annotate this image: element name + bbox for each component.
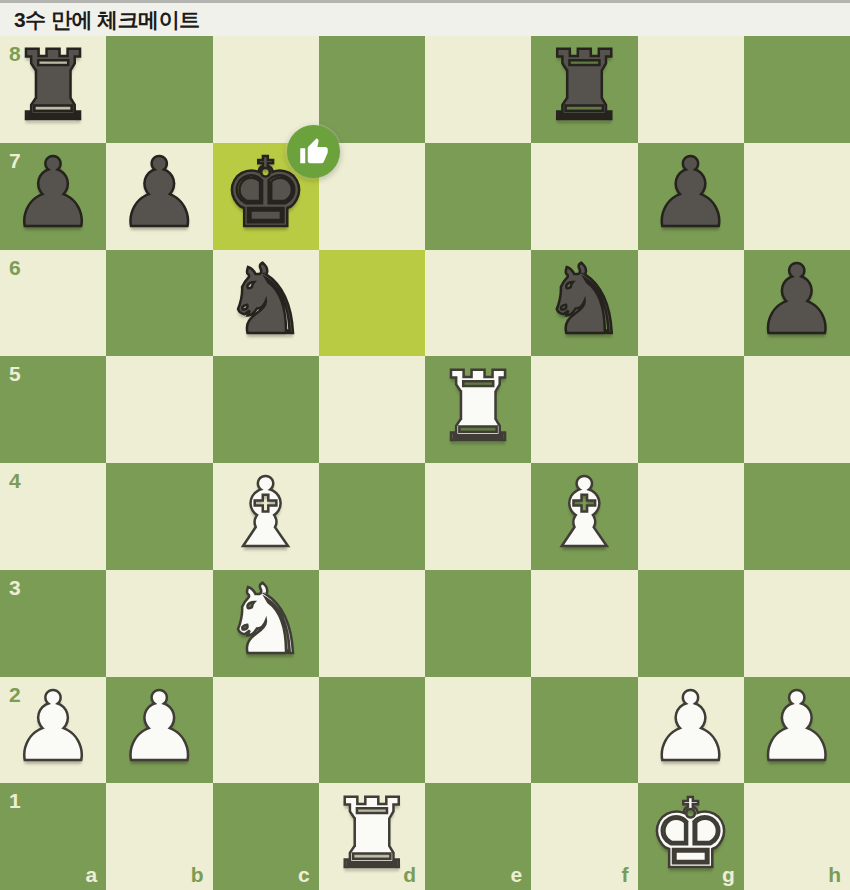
piece-white-pawn[interactable]: ♟ — [754, 679, 840, 775]
square-d1[interactable]: d♜ — [319, 783, 425, 890]
square-g8[interactable] — [638, 36, 744, 143]
square-b6[interactable] — [106, 250, 212, 357]
square-h4[interactable] — [744, 463, 850, 570]
square-c3[interactable]: ♞ — [213, 570, 319, 677]
piece-white-rook[interactable]: ♜ — [435, 359, 521, 455]
square-g6[interactable] — [638, 250, 744, 357]
square-e7[interactable] — [425, 143, 531, 250]
square-a1[interactable]: 1a — [0, 783, 106, 890]
correct-move-badge — [287, 125, 340, 178]
piece-white-pawn[interactable]: ♟ — [116, 679, 202, 775]
file-label-e: e — [511, 864, 523, 885]
puzzle-title: 3수 만에 체크메이트 — [0, 6, 200, 34]
square-g4[interactable] — [638, 463, 744, 570]
square-f7[interactable] — [531, 143, 637, 250]
square-a8[interactable]: 8♜ — [0, 36, 106, 143]
square-f6[interactable]: ♞ — [531, 250, 637, 357]
square-c6[interactable]: ♞ — [213, 250, 319, 357]
square-h7[interactable] — [744, 143, 850, 250]
file-label-h: h — [828, 864, 841, 885]
thumbs-up-icon — [299, 137, 329, 167]
square-b1[interactable]: b — [106, 783, 212, 890]
piece-black-pawn[interactable]: ♟ — [10, 145, 96, 241]
square-e8[interactable] — [425, 36, 531, 143]
square-b2[interactable]: ♟ — [106, 677, 212, 784]
rank-label-3: 3 — [9, 577, 21, 598]
piece-black-knight[interactable]: ♞ — [223, 252, 309, 348]
piece-black-rook[interactable]: ♜ — [541, 38, 627, 134]
square-g7[interactable]: ♟ — [638, 143, 744, 250]
piece-white-pawn[interactable]: ♟ — [10, 679, 96, 775]
rank-label-5: 5 — [9, 363, 21, 384]
square-a4[interactable]: 4 — [0, 463, 106, 570]
square-c4[interactable]: ♝ — [213, 463, 319, 570]
square-h6[interactable]: ♟ — [744, 250, 850, 357]
square-f5[interactable] — [531, 356, 637, 463]
square-f4[interactable]: ♝ — [531, 463, 637, 570]
square-a5[interactable]: 5 — [0, 356, 106, 463]
piece-black-rook[interactable]: ♜ — [10, 38, 96, 134]
piece-white-rook[interactable]: ♜ — [329, 786, 415, 882]
square-e4[interactable] — [425, 463, 531, 570]
square-h2[interactable]: ♟ — [744, 677, 850, 784]
piece-white-bishop[interactable]: ♝ — [541, 465, 627, 561]
piece-white-knight[interactable]: ♞ — [223, 572, 309, 668]
piece-black-pawn[interactable]: ♟ — [648, 145, 734, 241]
square-g3[interactable] — [638, 570, 744, 677]
square-f1[interactable]: f — [531, 783, 637, 890]
square-a6[interactable]: 6 — [0, 250, 106, 357]
square-h3[interactable] — [744, 570, 850, 677]
piece-black-pawn[interactable]: ♟ — [116, 145, 202, 241]
square-b4[interactable] — [106, 463, 212, 570]
piece-white-pawn[interactable]: ♟ — [648, 679, 734, 775]
rank-label-4: 4 — [9, 470, 21, 491]
piece-white-king[interactable]: ♚ — [648, 786, 734, 882]
square-a7[interactable]: 7♟ — [0, 143, 106, 250]
square-g5[interactable] — [638, 356, 744, 463]
piece-black-knight[interactable]: ♞ — [541, 252, 627, 348]
square-d6[interactable] — [319, 250, 425, 357]
square-f2[interactable] — [531, 677, 637, 784]
file-label-c: c — [298, 864, 310, 885]
square-c5[interactable] — [213, 356, 319, 463]
square-a3[interactable]: 3 — [0, 570, 106, 677]
square-e3[interactable] — [425, 570, 531, 677]
file-label-b: b — [191, 864, 204, 885]
piece-white-bishop[interactable]: ♝ — [223, 465, 309, 561]
square-b8[interactable] — [106, 36, 212, 143]
square-d4[interactable] — [319, 463, 425, 570]
square-e5[interactable]: ♜ — [425, 356, 531, 463]
square-e1[interactable]: e — [425, 783, 531, 890]
square-h1[interactable]: h — [744, 783, 850, 890]
square-d3[interactable] — [319, 570, 425, 677]
square-b7[interactable]: ♟ — [106, 143, 212, 250]
square-f8[interactable]: ♜ — [531, 36, 637, 143]
square-e6[interactable] — [425, 250, 531, 357]
square-h5[interactable] — [744, 356, 850, 463]
square-f3[interactable] — [531, 570, 637, 677]
rank-label-1: 1 — [9, 790, 21, 811]
file-label-f: f — [622, 864, 629, 885]
square-e2[interactable] — [425, 677, 531, 784]
rank-label-6: 6 — [9, 257, 21, 278]
square-d8[interactable] — [319, 36, 425, 143]
square-a2[interactable]: 2♟ — [0, 677, 106, 784]
square-b3[interactable] — [106, 570, 212, 677]
square-d5[interactable] — [319, 356, 425, 463]
square-b5[interactable] — [106, 356, 212, 463]
square-h8[interactable] — [744, 36, 850, 143]
file-label-a: a — [86, 864, 98, 885]
square-c2[interactable] — [213, 677, 319, 784]
square-d2[interactable] — [319, 677, 425, 784]
piece-black-pawn[interactable]: ♟ — [754, 252, 840, 348]
square-c1[interactable]: c — [213, 783, 319, 890]
chess-board: 8♜♜7♟♟♚♟6♞♞♟5♜4♝♝3♞2♟♟♟♟1abcd♜efg♚h — [0, 36, 850, 890]
title-bar: 3수 만에 체크메이트 — [0, 0, 850, 36]
square-g2[interactable]: ♟ — [638, 677, 744, 784]
square-g1[interactable]: g♚ — [638, 783, 744, 890]
